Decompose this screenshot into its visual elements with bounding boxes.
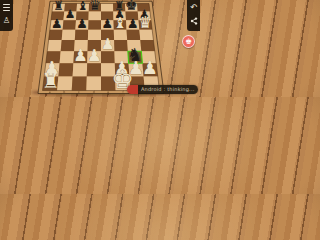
board-square[interactable] [47,40,61,51]
board-square[interactable] [88,20,101,29]
board-square[interactable] [101,4,113,12]
chess-app-screen: { "game": "chess", "position": { "fen": … [0,0,200,97]
board-square[interactable] [114,30,127,40]
white-bishop[interactable]: ♝ [113,14,126,31]
status-text: Android : thinking... [138,85,198,95]
black-pawn[interactable]: ♟ [76,16,87,31]
black-queen[interactable]: ♛ [89,0,101,13]
black-bishop[interactable]: ♝ [77,0,88,13]
black-pawn[interactable]: ♟ [127,16,138,31]
file-label: d [93,90,95,94]
board-square[interactable] [58,63,73,76]
black-rook[interactable]: ♜ [53,0,63,13]
file-label: e [107,90,109,94]
board-square[interactable] [86,76,101,90]
board-square[interactable] [88,30,101,40]
board-square[interactable] [101,51,115,63]
white-pawn[interactable]: ♟ [142,58,158,78]
board-square[interactable] [73,63,88,76]
board-square[interactable] [114,40,128,51]
board-square[interactable] [87,63,101,76]
file-label: b [63,90,65,94]
board-square[interactable] [49,30,63,40]
black-pawn[interactable]: ♟ [102,16,113,31]
board-svg[interactable]: abcdefgh♜♝♛♜♚♟♟♟♟♟♟♝♟♛♟♟♟♞♟♟♟♟♜♚ [0,0,200,97]
board-square[interactable] [72,76,87,90]
board-square[interactable] [62,30,76,40]
black-pawn[interactable]: ♟ [51,16,62,31]
white-pawn[interactable]: ♟ [73,46,88,65]
white-queen[interactable]: ♛ [138,13,152,32]
white-rook[interactable]: ♜ [41,69,59,93]
board-square[interactable] [60,51,75,63]
king-badge-icon: ♚ [185,38,192,46]
black-king[interactable]: ♚ [125,0,138,13]
black-pawn[interactable]: ♟ [65,7,75,21]
white-pawn[interactable]: ♟ [87,46,102,65]
white-pawn[interactable]: ♟ [101,35,114,53]
board-square[interactable] [63,20,76,29]
status-accent [127,85,138,95]
status-bar: Android : thinking... [127,85,198,95]
king-badge[interactable]: ♚ [182,35,195,48]
file-label: c [78,90,80,94]
board-square[interactable] [75,30,88,40]
chess-board[interactable]: abcdefgh♜♝♛♜♚♟♟♟♟♟♟♝♟♛♟♟♟♞♟♟♟♟♜♚ [0,0,200,97]
